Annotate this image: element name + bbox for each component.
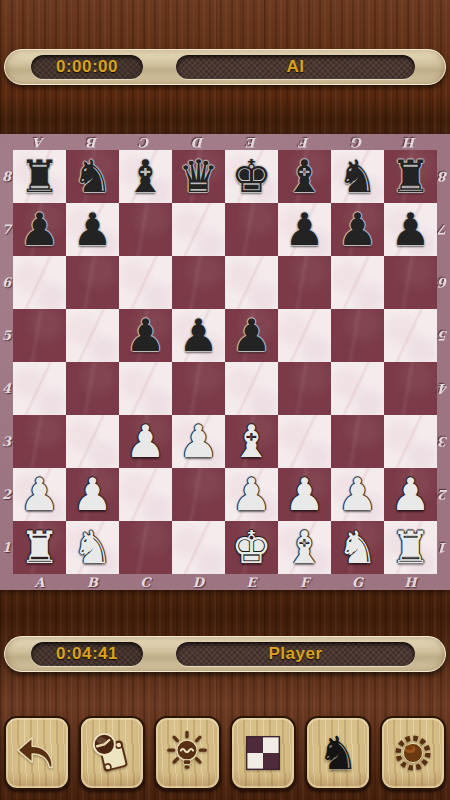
square-g2[interactable]: ♟ [331,468,384,521]
square-d5[interactable]: ♟ [172,309,225,362]
square-h3[interactable] [384,415,437,468]
rank-label: 3 [437,415,450,468]
rank-label: 2 [0,468,13,521]
rank-label: 1 [0,521,13,574]
file-label: B [66,574,119,590]
rank-label: 5 [0,309,13,362]
file-label: F [278,574,331,590]
piece-white-bishop[interactable]: ♝ [225,415,278,468]
piece-white-knight[interactable]: ♞ [66,521,119,574]
square-a4[interactable] [13,362,66,415]
piece-black-pawn[interactable]: ♟ [384,203,437,256]
rank-label: 7 [437,203,450,256]
rank-label: 4 [437,362,450,415]
opponent-time: 0:00:00 [56,57,118,77]
opponent-name-plate: AI [176,55,415,79]
player-name-plate: Player [176,642,415,666]
square-b4[interactable] [66,362,119,415]
piece-black-bishop[interactable]: ♝ [119,150,172,203]
square-g6[interactable] [331,256,384,309]
rank-label: 8 [0,150,13,203]
square-c8[interactable]: ♝ [119,150,172,203]
knight-icon: ♞ [317,730,358,776]
square-a6[interactable] [13,256,66,309]
square-h4[interactable] [384,362,437,415]
piece-black-knight[interactable]: ♞ [66,150,119,203]
undo-arrow-icon [14,730,60,776]
piece-white-bishop[interactable]: ♝ [278,521,331,574]
square-a3[interactable] [13,415,66,468]
square-g5[interactable] [331,309,384,362]
file-label: D [172,574,225,590]
square-a8[interactable]: ♜ [13,150,66,203]
chess-board: ABCDEFGH 87654321 87654321 ABCDEFGH ♜♞♝♛… [0,134,450,590]
square-e7[interactable] [225,203,278,256]
square-e8[interactable]: ♚ [225,150,278,203]
piece-white-rook[interactable]: ♜ [13,521,66,574]
square-d2[interactable] [172,468,225,521]
piece-white-rook[interactable]: ♜ [384,521,437,574]
square-a2[interactable]: ♟ [13,468,66,521]
lightbulb-icon [164,730,210,776]
square-f4[interactable] [278,362,331,415]
file-label: F [278,134,331,150]
square-g7[interactable]: ♟ [331,203,384,256]
rank-label: 5 [437,309,450,362]
app-screen: 0:00:00 AI ABCDEFGH 87654321 87654321 AB… [0,0,450,800]
settings-button[interactable] [380,716,446,790]
piece-white-pawn[interactable]: ♟ [13,468,66,521]
square-a7[interactable]: ♟ [13,203,66,256]
square-c2[interactable] [119,468,172,521]
piece-white-pawn[interactable]: ♟ [384,468,437,521]
square-h1[interactable]: ♜ [384,521,437,574]
player-time: 0:04:41 [56,644,118,664]
square-d4[interactable] [172,362,225,415]
square-h7[interactable]: ♟ [384,203,437,256]
piece-white-pawn[interactable]: ♟ [331,468,384,521]
piece-black-pawn[interactable]: ♟ [13,203,66,256]
rank-label: 2 [437,468,450,521]
square-d6[interactable] [172,256,225,309]
square-a1[interactable]: ♜ [13,521,66,574]
square-e6[interactable] [225,256,278,309]
file-label: C [119,574,172,590]
square-d8[interactable]: ♛ [172,150,225,203]
piece-white-king[interactable]: ♚ [225,521,278,574]
square-e4[interactable] [225,362,278,415]
piece-black-rook[interactable]: ♜ [384,150,437,203]
square-d1[interactable] [172,521,225,574]
board-squares: ♜♞♝♛♚♝♞♜♟♟♟♟♟♟♟♟♟♟♝♟♟♟♟♟♟♜♞♚♝♞♜ [13,150,437,574]
scroll-clock-icon [89,730,135,776]
square-h5[interactable] [384,309,437,362]
file-label: E [225,574,278,590]
opponent-status-bar: 0:00:00 AI [4,49,446,85]
undo-button[interactable] [4,716,70,790]
square-c4[interactable] [119,362,172,415]
square-e5[interactable]: ♟ [225,309,278,362]
file-label: E [225,134,278,150]
square-f1[interactable]: ♝ [278,521,331,574]
square-d3[interactable]: ♟ [172,415,225,468]
square-b6[interactable] [66,256,119,309]
square-f7[interactable]: ♟ [278,203,331,256]
move-history-button[interactable] [79,716,145,790]
piece-white-knight[interactable]: ♞ [331,521,384,574]
rank-label: 4 [0,362,13,415]
piece-white-pawn[interactable]: ♟ [278,468,331,521]
player-clock: 0:04:41 [31,642,143,666]
square-g1[interactable]: ♞ [331,521,384,574]
square-b5[interactable] [66,309,119,362]
piece-white-pawn[interactable]: ♟ [119,415,172,468]
player-status-bar: 0:04:41 Player [4,636,446,672]
rank-label: 7 [0,203,13,256]
piece-black-pawn[interactable]: ♟ [331,203,384,256]
gear-icon [390,730,436,776]
square-f3[interactable] [278,415,331,468]
square-c1[interactable] [119,521,172,574]
square-b7[interactable]: ♟ [66,203,119,256]
square-b1[interactable]: ♞ [66,521,119,574]
piece-set-button[interactable]: ♞ [305,716,371,790]
file-label: A [13,134,66,150]
square-g8[interactable]: ♞ [331,150,384,203]
square-f5[interactable] [278,309,331,362]
square-h2[interactable]: ♟ [384,468,437,521]
file-labels-bottom: ABCDEFGH [13,574,437,590]
square-g4[interactable] [331,362,384,415]
square-c5[interactable]: ♟ [119,309,172,362]
piece-white-pawn[interactable]: ♟ [225,468,278,521]
square-c3[interactable]: ♟ [119,415,172,468]
rank-label: 6 [437,256,450,309]
piece-black-pawn[interactable]: ♟ [278,203,331,256]
rank-labels-right: 87654321 [437,150,450,574]
rank-label: 1 [437,521,450,574]
player-name: Player [268,644,322,664]
hint-button[interactable] [154,716,220,790]
board-theme-button[interactable] [230,716,296,790]
square-e1[interactable]: ♚ [225,521,278,574]
file-label: C [119,134,172,150]
opponent-clock: 0:00:00 [31,55,143,79]
opponent-name: AI [287,57,305,77]
file-label: H [384,134,437,150]
square-f8[interactable]: ♝ [278,150,331,203]
square-b2[interactable]: ♟ [66,468,119,521]
piece-black-bishop[interactable]: ♝ [278,150,331,203]
file-label: D [172,134,225,150]
file-label: G [331,134,384,150]
toolbar: ♞ [4,716,446,790]
piece-black-queen[interactable]: ♛ [172,150,225,203]
piece-white-pawn[interactable]: ♟ [172,415,225,468]
square-c6[interactable] [119,256,172,309]
rank-label: 6 [0,256,13,309]
square-b8[interactable]: ♞ [66,150,119,203]
file-label: H [384,574,437,590]
piece-white-pawn[interactable]: ♟ [66,468,119,521]
file-label: G [331,574,384,590]
square-c7[interactable] [119,203,172,256]
rank-label: 3 [0,415,13,468]
square-f2[interactable]: ♟ [278,468,331,521]
square-h8[interactable]: ♜ [384,150,437,203]
piece-black-pawn[interactable]: ♟ [119,309,172,362]
piece-black-pawn[interactable]: ♟ [225,309,278,362]
piece-black-knight[interactable]: ♞ [331,150,384,203]
square-b3[interactable] [66,415,119,468]
piece-black-pawn[interactable]: ♟ [172,309,225,362]
rank-label: 8 [437,150,450,203]
square-g3[interactable] [331,415,384,468]
square-f6[interactable] [278,256,331,309]
file-labels-top: ABCDEFGH [13,134,437,150]
checkerboard-icon [240,730,286,776]
piece-black-pawn[interactable]: ♟ [66,203,119,256]
square-h6[interactable] [384,256,437,309]
piece-black-king[interactable]: ♚ [225,150,278,203]
file-label: A [13,574,66,590]
file-label: B [66,134,119,150]
piece-black-rook[interactable]: ♜ [13,150,66,203]
square-a5[interactable] [13,309,66,362]
square-e2[interactable]: ♟ [225,468,278,521]
square-e3[interactable]: ♝ [225,415,278,468]
square-d7[interactable] [172,203,225,256]
rank-labels-left: 87654321 [0,150,13,574]
